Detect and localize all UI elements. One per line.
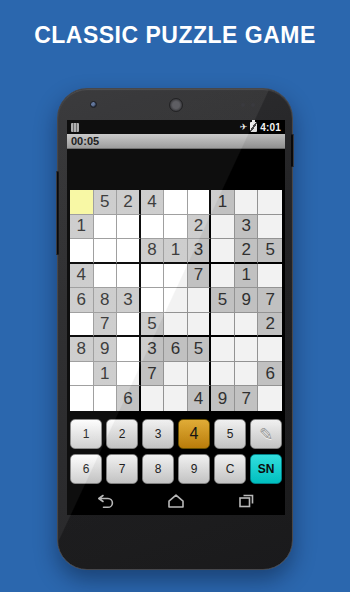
key-9[interactable]: 9 bbox=[178, 454, 210, 484]
notification-icon bbox=[71, 123, 79, 132]
cell-r8c4[interactable]: 7 bbox=[141, 362, 165, 387]
cell-r4c7[interactable] bbox=[211, 264, 235, 289]
back-icon[interactable] bbox=[97, 493, 115, 509]
key-4[interactable]: 4 bbox=[178, 419, 210, 449]
cell-r3c5[interactable]: 1 bbox=[164, 239, 188, 264]
cell-r8c6[interactable] bbox=[188, 362, 212, 387]
cell-r9c4[interactable] bbox=[141, 386, 165, 411]
cell-r5c3[interactable]: 3 bbox=[117, 288, 141, 313]
cell-r7c2[interactable]: 9 bbox=[94, 337, 118, 362]
ad-strip bbox=[67, 149, 285, 187]
cell-r3c4[interactable]: 8 bbox=[141, 239, 165, 264]
cell-r1c7[interactable]: 1 bbox=[211, 190, 235, 215]
home-icon[interactable] bbox=[167, 493, 185, 509]
cell-r5c9[interactable]: 7 bbox=[258, 288, 282, 313]
cell-r1c1[interactable] bbox=[70, 190, 94, 215]
cell-r5c4[interactable] bbox=[141, 288, 165, 313]
key-3[interactable]: 3 bbox=[142, 419, 174, 449]
sudoku-board: 524112381325471683597752893651766497 bbox=[67, 187, 285, 414]
key-SN[interactable]: SN bbox=[250, 454, 282, 484]
cell-r4c9[interactable] bbox=[258, 264, 282, 289]
cell-r6c2[interactable]: 7 bbox=[94, 313, 118, 338]
cell-r4c4[interactable] bbox=[141, 264, 165, 289]
screen: ✈ 4:01 00:05 524112381325471683597752893… bbox=[67, 120, 285, 515]
front-camera-icon bbox=[90, 101, 97, 108]
cell-r8c7[interactable] bbox=[211, 362, 235, 387]
cell-r9c8[interactable]: 7 bbox=[235, 386, 259, 411]
battery-icon bbox=[250, 122, 257, 132]
earpiece-speaker-icon bbox=[169, 98, 183, 112]
cell-r3c1[interactable] bbox=[70, 239, 94, 264]
cell-r2c1[interactable]: 1 bbox=[70, 215, 94, 240]
key-8[interactable]: 8 bbox=[142, 454, 174, 484]
cell-r1c6[interactable] bbox=[188, 190, 212, 215]
pencil-icon: ✎ bbox=[259, 424, 273, 445]
cell-r8c8[interactable] bbox=[235, 362, 259, 387]
cell-r2c6[interactable]: 2 bbox=[188, 215, 212, 240]
keypad: 12345✎6789CSN bbox=[67, 414, 285, 487]
cell-r7c5[interactable]: 6 bbox=[164, 337, 188, 362]
cell-r2c8[interactable]: 3 bbox=[235, 215, 259, 240]
cell-r3c7[interactable] bbox=[211, 239, 235, 264]
cell-r2c7[interactable] bbox=[211, 215, 235, 240]
cell-r1c9[interactable] bbox=[258, 190, 282, 215]
phone-frame: ✈ 4:01 00:05 524112381325471683597752893… bbox=[57, 88, 293, 570]
banner-title: CLASSIC PUZZLE GAME bbox=[34, 22, 316, 49]
cell-r7c9[interactable] bbox=[258, 337, 282, 362]
timer-value: 00:05 bbox=[71, 135, 99, 147]
cell-r4c6[interactable]: 7 bbox=[188, 264, 212, 289]
cell-r2c5[interactable] bbox=[164, 215, 188, 240]
cell-r7c8[interactable] bbox=[235, 337, 259, 362]
key-2[interactable]: 2 bbox=[106, 419, 138, 449]
cell-r5c6[interactable] bbox=[188, 288, 212, 313]
cell-r5c1[interactable]: 6 bbox=[70, 288, 94, 313]
key-1[interactable]: 1 bbox=[70, 419, 102, 449]
pencil-button[interactable]: ✎ bbox=[250, 419, 282, 449]
cell-r2c3[interactable] bbox=[117, 215, 141, 240]
keypad-row-2: 6789CSN bbox=[70, 454, 282, 484]
cell-r4c5[interactable] bbox=[164, 264, 188, 289]
cell-r8c3[interactable] bbox=[117, 362, 141, 387]
cell-r5c7[interactable]: 5 bbox=[211, 288, 235, 313]
cell-r5c2[interactable]: 8 bbox=[94, 288, 118, 313]
cell-r6c1[interactable] bbox=[70, 313, 94, 338]
power-button bbox=[291, 134, 294, 167]
cell-r2c9[interactable] bbox=[258, 215, 282, 240]
key-6[interactable]: 6 bbox=[70, 454, 102, 484]
cell-r9c3[interactable]: 6 bbox=[117, 386, 141, 411]
cell-r2c2[interactable] bbox=[94, 215, 118, 240]
cell-r6c6[interactable] bbox=[188, 313, 212, 338]
cell-r8c2[interactable]: 1 bbox=[94, 362, 118, 387]
recents-icon[interactable] bbox=[237, 493, 255, 509]
cell-r4c1[interactable]: 4 bbox=[70, 264, 94, 289]
cell-r1c2[interactable]: 5 bbox=[94, 190, 118, 215]
cell-r8c1[interactable] bbox=[70, 362, 94, 387]
cell-r8c5[interactable] bbox=[164, 362, 188, 387]
cell-r9c5[interactable] bbox=[164, 386, 188, 411]
cell-r9c2[interactable] bbox=[94, 386, 118, 411]
cell-r7c4[interactable]: 3 bbox=[141, 337, 165, 362]
timer-bar: 00:05 bbox=[67, 134, 285, 149]
cell-r5c5[interactable] bbox=[164, 288, 188, 313]
cell-r6c8[interactable] bbox=[235, 313, 259, 338]
cell-r3c6[interactable]: 3 bbox=[188, 239, 212, 264]
status-bar: ✈ 4:01 bbox=[67, 120, 285, 134]
cell-r3c2[interactable] bbox=[94, 239, 118, 264]
cell-r4c3[interactable] bbox=[117, 264, 141, 289]
cell-r5c8[interactable]: 9 bbox=[235, 288, 259, 313]
cell-r9c7[interactable]: 9 bbox=[211, 386, 235, 411]
keypad-row-1: 12345✎ bbox=[70, 419, 282, 449]
cell-r9c6[interactable]: 4 bbox=[188, 386, 212, 411]
key-7[interactable]: 7 bbox=[106, 454, 138, 484]
cell-r7c6[interactable]: 5 bbox=[188, 337, 212, 362]
cell-r6c5[interactable] bbox=[164, 313, 188, 338]
banner: CLASSIC PUZZLE GAME bbox=[0, 0, 350, 70]
cell-r4c8[interactable]: 1 bbox=[235, 264, 259, 289]
cell-r9c1[interactable] bbox=[70, 386, 94, 411]
cell-r4c2[interactable] bbox=[94, 264, 118, 289]
volume-rocker bbox=[56, 171, 59, 255]
cell-r1c4[interactable]: 4 bbox=[141, 190, 165, 215]
airplane-icon: ✈ bbox=[240, 120, 248, 134]
cell-r1c3[interactable]: 2 bbox=[117, 190, 141, 215]
cell-r7c1[interactable]: 8 bbox=[70, 337, 94, 362]
cell-r7c7[interactable] bbox=[211, 337, 235, 362]
cell-r6c9[interactable]: 2 bbox=[258, 313, 282, 338]
proximity-sensor-icon bbox=[241, 103, 255, 107]
cell-r3c9[interactable]: 5 bbox=[258, 239, 282, 264]
status-time: 4:01 bbox=[260, 122, 281, 133]
cell-r1c5[interactable] bbox=[164, 190, 188, 215]
cell-r7c3[interactable] bbox=[117, 337, 141, 362]
cell-r1c8[interactable] bbox=[235, 190, 259, 215]
cell-r6c7[interactable] bbox=[211, 313, 235, 338]
cell-r6c3[interactable] bbox=[117, 313, 141, 338]
cell-r3c3[interactable] bbox=[117, 239, 141, 264]
cell-r3c8[interactable]: 2 bbox=[235, 239, 259, 264]
key-C[interactable]: C bbox=[214, 454, 246, 484]
nav-bar bbox=[67, 487, 285, 515]
cell-r8c9[interactable]: 6 bbox=[258, 362, 282, 387]
cell-r6c4[interactable]: 5 bbox=[141, 313, 165, 338]
key-5[interactable]: 5 bbox=[214, 419, 246, 449]
cell-r2c4[interactable] bbox=[141, 215, 165, 240]
cell-r9c9[interactable] bbox=[258, 386, 282, 411]
